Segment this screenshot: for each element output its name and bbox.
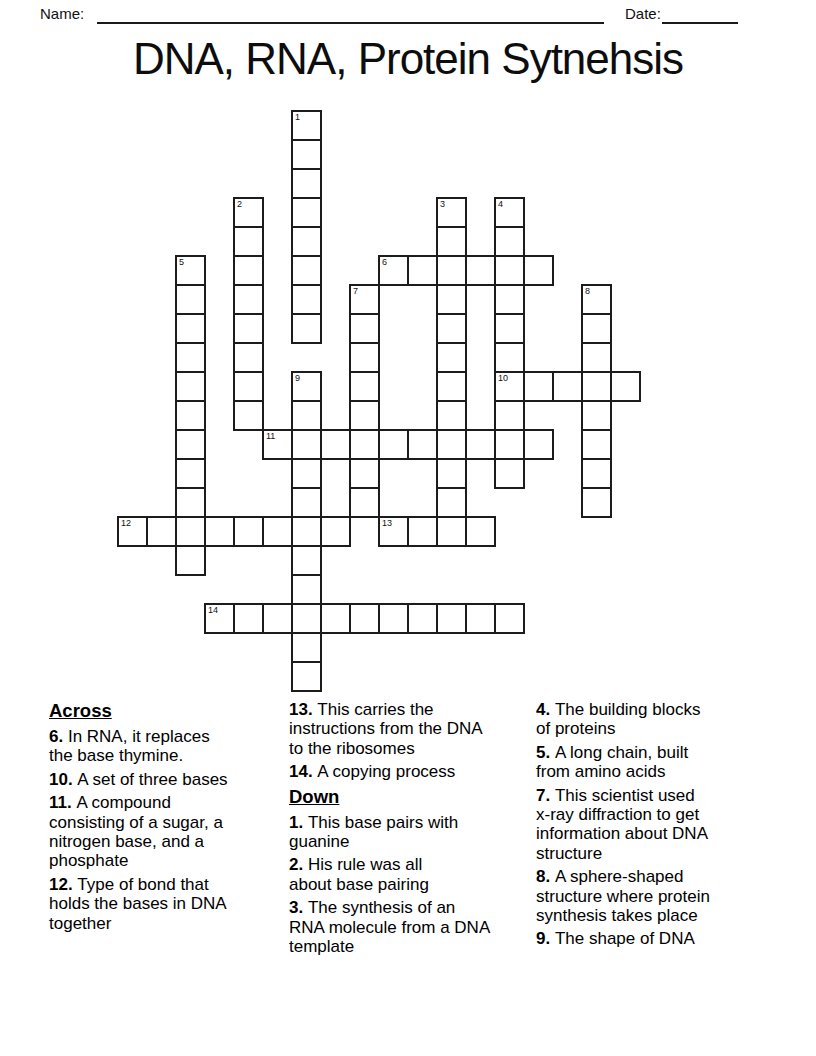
grid-cell-r15c2[interactable] bbox=[175, 545, 206, 576]
clue-across-10: 10. A set of three bases bbox=[49, 770, 279, 789]
grid-cell-r14c0[interactable]: 12 bbox=[117, 516, 148, 547]
grid-cell-r17c9[interactable] bbox=[378, 603, 409, 634]
grid-cell-r5c11[interactable] bbox=[436, 255, 467, 286]
grid-cell-r9c14[interactable] bbox=[523, 371, 554, 402]
clue-down-2: 2. His rule was all about base pairing bbox=[289, 855, 529, 894]
clue-down-8: 8. A sphere-shaped structure where prote… bbox=[536, 867, 771, 925]
grid-cell-r4c11[interactable] bbox=[436, 226, 467, 257]
grid-cell-r7c8[interactable] bbox=[349, 313, 380, 344]
clue-number-6: 6 bbox=[382, 257, 387, 267]
grid-cell-r4c4[interactable] bbox=[233, 226, 264, 257]
grid-cell-r13c16[interactable] bbox=[581, 487, 612, 518]
grid-cell-r9c2[interactable] bbox=[175, 371, 206, 402]
clue-down-4: 4. The building blocks of proteins bbox=[536, 700, 771, 739]
grid-cell-r9c15[interactable] bbox=[552, 371, 583, 402]
grid-cell-r16c6[interactable] bbox=[291, 574, 322, 605]
date-blank-line[interactable] bbox=[662, 6, 738, 24]
grid-cell-r10c16[interactable] bbox=[581, 400, 612, 431]
across-heading: Across bbox=[49, 700, 279, 721]
clue-num-label: 4. bbox=[536, 700, 555, 719]
clue-num-label: 11. bbox=[49, 793, 76, 812]
clue-column-middle: 13. This carries the instructions from t… bbox=[289, 700, 529, 960]
clue-number-13: 13 bbox=[382, 518, 392, 528]
clue-num-label: 9. bbox=[536, 929, 555, 948]
grid-cell-r12c11[interactable] bbox=[436, 458, 467, 489]
clue-text: This scientist used x-ray diffraction to… bbox=[536, 786, 708, 863]
grid-cell-r2c6[interactable] bbox=[291, 168, 322, 199]
clue-text: His rule was all about base pairing bbox=[289, 855, 429, 893]
grid-cell-r10c13[interactable] bbox=[494, 400, 525, 431]
grid-cell-r17c3[interactable]: 14 bbox=[204, 603, 235, 634]
grid-cell-r8c4[interactable] bbox=[233, 342, 264, 373]
clue-text: A compound consisting of a sugar, a nitr… bbox=[49, 793, 223, 870]
grid-cell-r11c5[interactable]: 11 bbox=[262, 429, 293, 460]
grid-cell-r13c8[interactable] bbox=[349, 487, 380, 518]
grid-cell-r5c14[interactable] bbox=[523, 255, 554, 286]
clue-number-14: 14 bbox=[208, 605, 218, 615]
grid-cell-r12c6[interactable] bbox=[291, 458, 322, 489]
grid-cell-r17c13[interactable] bbox=[494, 603, 525, 634]
grid-cell-r5c10[interactable] bbox=[407, 255, 438, 286]
clue-down-5: 5. A long chain, built from amino acids bbox=[536, 743, 771, 782]
grid-cell-r13c11[interactable] bbox=[436, 487, 467, 518]
clue-column-right: 4. The building blocks of proteins5. A l… bbox=[536, 700, 771, 953]
grid-cell-r17c7[interactable] bbox=[320, 603, 351, 634]
grid-cell-r0c6[interactable]: 1 bbox=[291, 110, 322, 141]
grid-cell-r4c13[interactable] bbox=[494, 226, 525, 257]
grid-cell-r7c16[interactable] bbox=[581, 313, 612, 344]
grid-cell-r3c11[interactable]: 3 bbox=[436, 197, 467, 228]
clue-text: A long chain, built from amino acids bbox=[536, 743, 688, 781]
grid-cell-r6c11[interactable] bbox=[436, 284, 467, 315]
grid-cell-r11c11[interactable] bbox=[436, 429, 467, 460]
grid-cell-r11c9[interactable] bbox=[378, 429, 409, 460]
grid-cell-r6c16[interactable]: 8 bbox=[581, 284, 612, 315]
grid-cell-r9c17[interactable] bbox=[610, 371, 641, 402]
grid-cell-r7c4[interactable] bbox=[233, 313, 264, 344]
clue-number-10: 10 bbox=[498, 373, 508, 383]
clue-num-label: 14. bbox=[289, 762, 317, 781]
grid-cell-r11c16[interactable] bbox=[581, 429, 612, 460]
grid-cell-r5c12[interactable] bbox=[465, 255, 496, 286]
clue-num-label: 13. bbox=[289, 700, 317, 719]
clue-num-label: 2. bbox=[289, 855, 308, 874]
grid-cell-r4c6[interactable] bbox=[291, 226, 322, 257]
grid-cell-r3c6[interactable] bbox=[291, 197, 322, 228]
clue-down-3: 3. The synthesis of an RNA molecule from… bbox=[289, 898, 529, 956]
clue-num-label: 8. bbox=[536, 867, 555, 886]
grid-cell-r10c4[interactable] bbox=[233, 400, 264, 431]
clue-num-label: 5. bbox=[536, 743, 555, 762]
clue-number-9: 9 bbox=[295, 373, 300, 383]
name-blank-line[interactable] bbox=[97, 6, 604, 24]
grid-cell-r6c8[interactable]: 7 bbox=[349, 284, 380, 315]
grid-cell-r12c13[interactable] bbox=[494, 458, 525, 489]
grid-cell-r14c1[interactable] bbox=[146, 516, 177, 547]
grid-cell-r3c4[interactable]: 2 bbox=[233, 197, 264, 228]
grid-cell-r9c11[interactable] bbox=[436, 371, 467, 402]
clue-number-4: 4 bbox=[498, 199, 503, 209]
grid-cell-r8c11[interactable] bbox=[436, 342, 467, 373]
grid-cell-r17c4[interactable] bbox=[233, 603, 264, 634]
grid-cell-r6c4[interactable] bbox=[233, 284, 264, 315]
across-clue-list: 6. In RNA, it replaces the base thymine.… bbox=[49, 727, 279, 933]
page-title: DNA, RNA, Protein Sytnehsis bbox=[0, 34, 816, 84]
grid-cell-r9c16[interactable] bbox=[581, 371, 612, 402]
grid-cell-r11c6[interactable] bbox=[291, 429, 322, 460]
clue-num-label: 10. bbox=[49, 770, 77, 789]
grid-cell-r10c11[interactable] bbox=[436, 400, 467, 431]
down-clue-list: 1. This base pairs with guanine2. His ru… bbox=[289, 813, 529, 957]
clue-number-7: 7 bbox=[353, 286, 358, 296]
clue-number-12: 12 bbox=[121, 518, 131, 528]
clue-text: The building blocks of proteins bbox=[536, 700, 700, 738]
clue-text: A set of three bases bbox=[77, 770, 227, 789]
grid-cell-r12c2[interactable] bbox=[175, 458, 206, 489]
grid-cell-r11c2[interactable] bbox=[175, 429, 206, 460]
crossword-worksheet: { "game": "crossword", "header": { "name… bbox=[0, 0, 816, 1056]
clue-text: This base pairs with guanine bbox=[289, 813, 458, 851]
grid-cell-r11c13[interactable] bbox=[494, 429, 525, 460]
grid-cell-r12c8[interactable] bbox=[349, 458, 380, 489]
clue-text: In RNA, it replaces the base thymine. bbox=[49, 727, 210, 765]
grid-cell-r10c2[interactable] bbox=[175, 400, 206, 431]
grid-cell-r17c5[interactable] bbox=[262, 603, 293, 634]
grid-cell-r17c11[interactable] bbox=[436, 603, 467, 634]
grid-cell-r10c8[interactable] bbox=[349, 400, 380, 431]
clue-number-1: 1 bbox=[295, 112, 300, 122]
clue-text: The synthesis of an RNA molecule from a … bbox=[289, 898, 490, 956]
clue-across-13: 13. This carries the instructions from t… bbox=[289, 700, 529, 758]
date-label: Date: bbox=[625, 5, 661, 22]
grid-cell-r8c2[interactable] bbox=[175, 342, 206, 373]
grid-cell-r17c10[interactable] bbox=[407, 603, 438, 634]
grid-cell-r14c6[interactable] bbox=[291, 516, 322, 547]
grid-cell-r17c8[interactable] bbox=[349, 603, 380, 634]
clue-across-14: 14. A copying process bbox=[289, 762, 529, 781]
clue-text: The shape of DNA bbox=[555, 929, 695, 948]
grid-cell-r9c8[interactable] bbox=[349, 371, 380, 402]
down-heading: Down bbox=[289, 786, 529, 807]
grid-cell-r19c6[interactable] bbox=[291, 661, 322, 692]
grid-cell-r17c12[interactable] bbox=[465, 603, 496, 634]
clue-number-2: 2 bbox=[237, 199, 242, 209]
clue-down-7: 7. This scientist used x-ray diffraction… bbox=[536, 786, 771, 864]
clue-number-8: 8 bbox=[585, 286, 590, 296]
clue-num-label: 1. bbox=[289, 813, 308, 832]
grid-cell-r5c4[interactable] bbox=[233, 255, 264, 286]
clue-text: This carries the instructions from the D… bbox=[289, 700, 483, 758]
grid-cell-r7c6[interactable] bbox=[291, 313, 322, 344]
grid-cell-r14c10[interactable] bbox=[407, 516, 438, 547]
grid-cell-r1c6[interactable] bbox=[291, 139, 322, 170]
grid-cell-r5c13[interactable] bbox=[494, 255, 525, 286]
grid-cell-r7c13[interactable] bbox=[494, 313, 525, 344]
clue-num-label: 7. bbox=[536, 786, 555, 805]
grid-cell-r11c12[interactable] bbox=[465, 429, 496, 460]
clue-number-5: 5 bbox=[179, 257, 184, 267]
clue-num-label: 3. bbox=[289, 898, 308, 917]
clue-column-left: Across 6. In RNA, it replaces the base t… bbox=[49, 700, 279, 937]
grid-cell-r14c11[interactable] bbox=[436, 516, 467, 547]
clue-num-label: 12. bbox=[49, 875, 77, 894]
across-clue-list-continued: 13. This carries the instructions from t… bbox=[289, 700, 529, 782]
grid-cell-r9c13[interactable]: 10 bbox=[494, 371, 525, 402]
grid-cell-r8c13[interactable] bbox=[494, 342, 525, 373]
clue-down-9: 9. The shape of DNA bbox=[536, 929, 771, 948]
grid-cell-r14c5[interactable] bbox=[262, 516, 293, 547]
grid-cell-r7c11[interactable] bbox=[436, 313, 467, 344]
grid-cell-r12c16[interactable] bbox=[581, 458, 612, 489]
grid-cell-r14c3[interactable] bbox=[204, 516, 235, 547]
grid-cell-r6c13[interactable] bbox=[494, 284, 525, 315]
grid-cell-r11c14[interactable] bbox=[523, 429, 554, 460]
grid-cell-r5c9[interactable]: 6 bbox=[378, 255, 409, 286]
grid-cell-r14c12[interactable] bbox=[465, 516, 496, 547]
grid-cell-r6c6[interactable] bbox=[291, 284, 322, 315]
crossword-grid: 1234567891011121314 bbox=[117, 110, 641, 692]
grid-cell-r9c6[interactable]: 9 bbox=[291, 371, 322, 402]
grid-cell-r14c9[interactable]: 13 bbox=[378, 516, 409, 547]
grid-cell-r13c6[interactable] bbox=[291, 487, 322, 518]
grid-cell-r5c2[interactable]: 5 bbox=[175, 255, 206, 286]
clue-across-11: 11. A compound consisting of a sugar, a … bbox=[49, 793, 279, 871]
grid-cell-r14c7[interactable] bbox=[320, 516, 351, 547]
clue-number-3: 3 bbox=[440, 199, 445, 209]
down-clue-list-continued: 4. The building blocks of proteins5. A l… bbox=[536, 700, 771, 949]
clue-num-label: 6. bbox=[49, 727, 68, 746]
clue-down-1: 1. This base pairs with guanine bbox=[289, 813, 529, 852]
clue-text: A sphere-shaped structure where protein … bbox=[536, 867, 710, 925]
clue-text: A copying process bbox=[317, 762, 455, 781]
clue-across-6: 6. In RNA, it replaces the base thymine. bbox=[49, 727, 279, 766]
name-label: Name: bbox=[40, 5, 84, 22]
clue-across-12: 12. Type of bond that holds the bases in… bbox=[49, 875, 279, 933]
grid-cell-r7c2[interactable] bbox=[175, 313, 206, 344]
grid-cell-r14c4[interactable] bbox=[233, 516, 264, 547]
grid-cell-r8c16[interactable] bbox=[581, 342, 612, 373]
grid-cell-r11c7[interactable] bbox=[320, 429, 351, 460]
clue-number-11: 11 bbox=[266, 431, 275, 441]
grid-cell-r10c6[interactable] bbox=[291, 400, 322, 431]
grid-cell-r11c10[interactable] bbox=[407, 429, 438, 460]
grid-cell-r11c8[interactable] bbox=[349, 429, 380, 460]
grid-cell-r9c4[interactable] bbox=[233, 371, 264, 402]
grid-cell-r13c2[interactable] bbox=[175, 487, 206, 518]
grid-cell-r6c2[interactable] bbox=[175, 284, 206, 315]
grid-cell-r8c8[interactable] bbox=[349, 342, 380, 373]
grid-cell-r14c2[interactable] bbox=[175, 516, 206, 547]
grid-cell-r15c6[interactable] bbox=[291, 545, 322, 576]
grid-cell-r17c6[interactable] bbox=[291, 603, 322, 634]
grid-cell-r3c13[interactable]: 4 bbox=[494, 197, 525, 228]
grid-cell-r5c6[interactable] bbox=[291, 255, 322, 286]
grid-cell-r18c6[interactable] bbox=[291, 632, 322, 663]
